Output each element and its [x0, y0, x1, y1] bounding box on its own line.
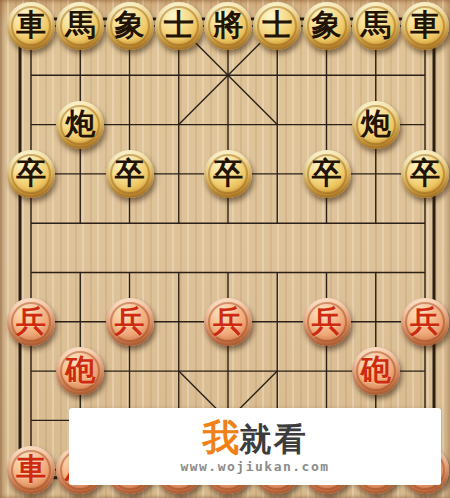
- piece-black-elephant[interactable]: 象: [106, 2, 154, 50]
- piece-black-general[interactable]: 將: [204, 2, 252, 50]
- piece-character: 馬: [65, 10, 95, 40]
- piece-red-cannon[interactable]: 砲: [352, 347, 400, 395]
- piece-character: 兵: [115, 306, 145, 336]
- piece-character: 卒: [16, 158, 46, 188]
- piece-character: 兵: [16, 306, 46, 336]
- piece-character: 車: [16, 454, 46, 484]
- piece-black-elephant[interactable]: 象: [303, 2, 351, 50]
- piece-character: 卒: [312, 158, 342, 188]
- piece-character: 馬: [361, 10, 391, 40]
- piece-black-chariot[interactable]: 車: [401, 2, 449, 50]
- piece-red-soldier[interactable]: 兵: [204, 298, 252, 346]
- piece-black-soldier[interactable]: 卒: [303, 150, 351, 198]
- piece-character: 卒: [410, 158, 440, 188]
- piece-character: 車: [16, 10, 46, 40]
- piece-red-chariot[interactable]: 車: [7, 446, 55, 494]
- piece-black-advisor[interactable]: 士: [155, 2, 203, 50]
- piece-character: 車: [410, 10, 440, 40]
- piece-red-soldier[interactable]: 兵: [303, 298, 351, 346]
- piece-character: 將: [213, 10, 243, 40]
- piece-character: 兵: [213, 306, 243, 336]
- xiangqi-board[interactable]: 車馬象士將士象馬車炮炮卒卒卒卒卒兵兵兵兵兵砲砲車馬相仕帥仕相馬車 我 就看 ww…: [0, 0, 450, 498]
- piece-red-soldier[interactable]: 兵: [7, 298, 55, 346]
- watermark-brand: 我 就看: [203, 419, 308, 456]
- piece-character: 象: [312, 10, 342, 40]
- piece-black-chariot[interactable]: 車: [7, 2, 55, 50]
- watermark-overlay: 我 就看 www.wojiukan.com: [69, 408, 441, 485]
- piece-character: 卒: [115, 158, 145, 188]
- piece-black-horse[interactable]: 馬: [352, 2, 400, 50]
- piece-character: 卒: [213, 158, 243, 188]
- piece-character: 士: [164, 10, 194, 40]
- piece-character: 炮: [65, 109, 95, 139]
- piece-black-soldier[interactable]: 卒: [401, 150, 449, 198]
- piece-character: 砲: [65, 355, 95, 385]
- piece-black-horse[interactable]: 馬: [56, 2, 104, 50]
- piece-red-soldier[interactable]: 兵: [106, 298, 154, 346]
- piece-black-advisor[interactable]: 士: [253, 2, 301, 50]
- watermark-brand-rest: 就看: [240, 423, 308, 455]
- piece-black-soldier[interactable]: 卒: [204, 150, 252, 198]
- piece-black-cannon[interactable]: 炮: [56, 101, 104, 149]
- piece-red-soldier[interactable]: 兵: [401, 298, 449, 346]
- watermark-url: www.wojiukan.com: [180, 459, 329, 474]
- piece-black-soldier[interactable]: 卒: [7, 150, 55, 198]
- piece-black-cannon[interactable]: 炮: [352, 101, 400, 149]
- piece-character: 兵: [312, 306, 342, 336]
- watermark-brand-first: 我: [203, 419, 240, 456]
- piece-black-soldier[interactable]: 卒: [106, 150, 154, 198]
- piece-character: 炮: [361, 109, 391, 139]
- piece-red-cannon[interactable]: 砲: [56, 347, 104, 395]
- piece-character: 砲: [361, 355, 391, 385]
- piece-character: 象: [115, 10, 145, 40]
- piece-character: 士: [262, 10, 292, 40]
- piece-character: 兵: [410, 306, 440, 336]
